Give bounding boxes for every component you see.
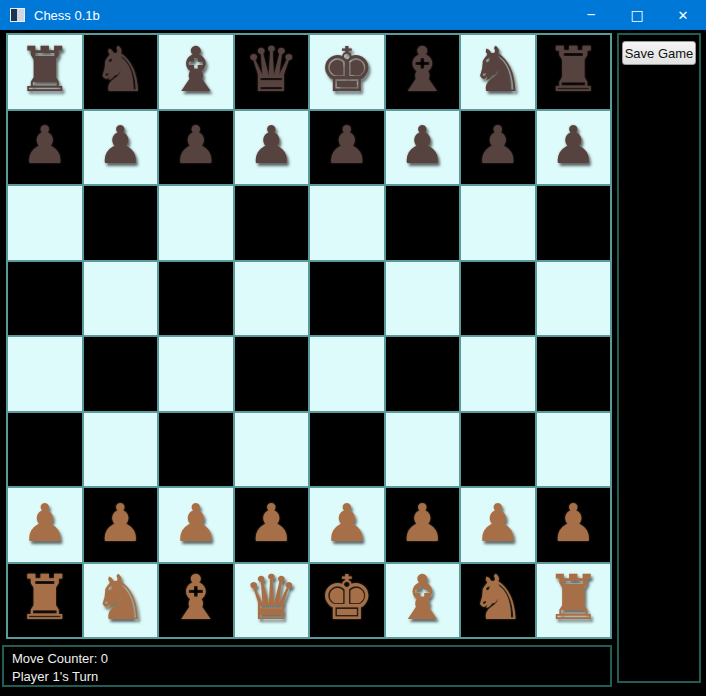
square-h5[interactable] (537, 262, 611, 336)
square-a3[interactable] (8, 413, 82, 487)
square-f1[interactable]: ♝ (386, 564, 460, 638)
move-counter-text: Move Counter: 0 (12, 650, 610, 668)
square-e8[interactable]: ♚ (310, 35, 384, 109)
square-h4[interactable] (537, 337, 611, 411)
turn-indicator-text: Player 1's Turn (12, 668, 610, 686)
minimize-icon[interactable]: ─ (568, 0, 614, 30)
piece-black-knight: ♞ (92, 39, 148, 101)
piece-white-knight: ♞ (470, 567, 526, 629)
square-a2[interactable]: ♟ (8, 488, 82, 562)
square-c8[interactable]: ♝ (159, 35, 233, 109)
square-d3[interactable] (235, 413, 309, 487)
chess-board: ♜♞♝♛♚♝♞♜♟♟♟♟♟♟♟♟♟♟♟♟♟♟♟♟♜♞♝♛♚♝♞♜ (6, 33, 612, 639)
piece-white-pawn: ♟ (248, 497, 295, 549)
square-e1[interactable]: ♚ (310, 564, 384, 638)
piece-black-pawn: ♟ (323, 119, 370, 171)
piece-black-pawn: ♟ (172, 119, 219, 171)
square-e2[interactable]: ♟ (310, 488, 384, 562)
app-icon (10, 8, 25, 22)
square-h7[interactable]: ♟ (537, 111, 611, 185)
piece-black-pawn: ♟ (97, 119, 144, 171)
side-panel: Save Game (617, 33, 701, 683)
square-b7[interactable]: ♟ (84, 111, 158, 185)
status-panel: Move Counter: 0 Player 1's Turn (2, 645, 612, 687)
piece-white-rook: ♜ (17, 567, 73, 629)
piece-white-pawn: ♟ (399, 497, 446, 549)
square-f8[interactable]: ♝ (386, 35, 460, 109)
piece-white-rook: ♜ (545, 567, 601, 629)
square-e4[interactable] (310, 337, 384, 411)
square-f4[interactable] (386, 337, 460, 411)
square-e6[interactable] (310, 186, 384, 260)
square-b4[interactable] (84, 337, 158, 411)
piece-white-bishop: ♝ (394, 567, 450, 629)
square-c3[interactable] (159, 413, 233, 487)
piece-white-knight: ♞ (92, 567, 148, 629)
square-d1[interactable]: ♛ (235, 564, 309, 638)
piece-black-queen: ♛ (243, 39, 299, 101)
piece-white-pawn: ♟ (550, 497, 597, 549)
square-g8[interactable]: ♞ (461, 35, 535, 109)
piece-white-bishop: ♝ (168, 567, 224, 629)
square-a8[interactable]: ♜ (8, 35, 82, 109)
square-g4[interactable] (461, 337, 535, 411)
square-g6[interactable] (461, 186, 535, 260)
square-f5[interactable] (386, 262, 460, 336)
close-icon[interactable]: ✕ (660, 0, 706, 30)
window-controls: ─ □ ✕ (568, 0, 706, 30)
square-c6[interactable] (159, 186, 233, 260)
piece-black-king: ♚ (319, 39, 375, 101)
square-e7[interactable]: ♟ (310, 111, 384, 185)
piece-white-pawn: ♟ (323, 497, 370, 549)
square-d5[interactable] (235, 262, 309, 336)
square-c5[interactable] (159, 262, 233, 336)
piece-black-pawn: ♟ (550, 119, 597, 171)
square-d4[interactable] (235, 337, 309, 411)
piece-black-bishop: ♝ (394, 39, 450, 101)
piece-black-pawn: ♟ (248, 119, 295, 171)
save-game-button[interactable]: Save Game (622, 41, 696, 65)
window-title: Chess 0.1b (34, 8, 100, 23)
square-d6[interactable] (235, 186, 309, 260)
square-c4[interactable] (159, 337, 233, 411)
square-b5[interactable] (84, 262, 158, 336)
square-g2[interactable]: ♟ (461, 488, 535, 562)
square-a1[interactable]: ♜ (8, 564, 82, 638)
square-h1[interactable]: ♜ (537, 564, 611, 638)
piece-black-pawn: ♟ (474, 119, 521, 171)
square-f3[interactable] (386, 413, 460, 487)
square-f7[interactable]: ♟ (386, 111, 460, 185)
title-bar: Chess 0.1b ─ □ ✕ (0, 0, 706, 30)
piece-black-rook: ♜ (545, 39, 601, 101)
square-e5[interactable] (310, 262, 384, 336)
piece-black-pawn: ♟ (21, 119, 68, 171)
square-d7[interactable]: ♟ (235, 111, 309, 185)
square-h6[interactable] (537, 186, 611, 260)
square-b1[interactable]: ♞ (84, 564, 158, 638)
square-b8[interactable]: ♞ (84, 35, 158, 109)
square-d8[interactable]: ♛ (235, 35, 309, 109)
square-b3[interactable] (84, 413, 158, 487)
piece-black-pawn: ♟ (399, 119, 446, 171)
piece-white-pawn: ♟ (474, 497, 521, 549)
square-e3[interactable] (310, 413, 384, 487)
piece-white-pawn: ♟ (172, 497, 219, 549)
square-c2[interactable]: ♟ (159, 488, 233, 562)
piece-white-king: ♚ (319, 567, 375, 629)
piece-white-pawn: ♟ (21, 497, 68, 549)
square-g1[interactable]: ♞ (461, 564, 535, 638)
square-h2[interactable]: ♟ (537, 488, 611, 562)
square-g7[interactable]: ♟ (461, 111, 535, 185)
square-a6[interactable] (8, 186, 82, 260)
piece-white-queen: ♛ (243, 567, 299, 629)
piece-black-rook: ♜ (17, 39, 73, 101)
piece-black-bishop: ♝ (168, 39, 224, 101)
square-f2[interactable]: ♟ (386, 488, 460, 562)
square-d2[interactable]: ♟ (235, 488, 309, 562)
square-h3[interactable] (537, 413, 611, 487)
square-h8[interactable]: ♜ (537, 35, 611, 109)
square-a5[interactable] (8, 262, 82, 336)
maximize-icon[interactable]: □ (614, 0, 660, 30)
square-c7[interactable]: ♟ (159, 111, 233, 185)
square-g3[interactable] (461, 413, 535, 487)
square-a7[interactable]: ♟ (8, 111, 82, 185)
square-a4[interactable] (8, 337, 82, 411)
square-f6[interactable] (386, 186, 460, 260)
piece-black-knight: ♞ (470, 39, 526, 101)
square-g5[interactable] (461, 262, 535, 336)
square-c1[interactable]: ♝ (159, 564, 233, 638)
piece-white-pawn: ♟ (97, 497, 144, 549)
square-b6[interactable] (84, 186, 158, 260)
square-b2[interactable]: ♟ (84, 488, 158, 562)
